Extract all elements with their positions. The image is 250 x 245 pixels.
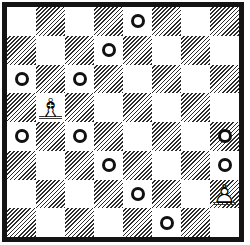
white-bishop-icon: ♗ xyxy=(36,93,65,122)
square-a1[interactable] xyxy=(7,208,36,237)
move-marker xyxy=(218,158,232,172)
square-h3[interactable] xyxy=(210,151,239,180)
square-f8[interactable] xyxy=(152,7,181,36)
square-c6[interactable] xyxy=(65,65,94,94)
square-e6[interactable] xyxy=(123,65,152,94)
square-g1[interactable] xyxy=(181,208,210,237)
white-pawn[interactable]: ♟♙ xyxy=(210,180,239,209)
move-marker xyxy=(73,129,87,143)
move-marker xyxy=(160,216,174,230)
move-marker xyxy=(102,43,116,57)
square-f5[interactable] xyxy=(152,93,181,122)
square-h1[interactable] xyxy=(210,208,239,237)
square-c1[interactable] xyxy=(65,208,94,237)
square-d4[interactable] xyxy=(94,122,123,151)
square-d6[interactable] xyxy=(94,65,123,94)
square-g5[interactable] xyxy=(181,93,210,122)
square-e1[interactable] xyxy=(123,208,152,237)
square-g7[interactable] xyxy=(181,36,210,65)
square-d2[interactable] xyxy=(94,180,123,209)
square-e2[interactable] xyxy=(123,180,152,209)
square-c5[interactable] xyxy=(65,93,94,122)
square-h4[interactable] xyxy=(210,122,239,151)
square-f1[interactable] xyxy=(152,208,181,237)
move-marker xyxy=(102,158,116,172)
chess-board: ♝♗♟♙ xyxy=(7,7,239,237)
square-b5[interactable]: ♝♗ xyxy=(36,93,65,122)
move-marker xyxy=(15,129,29,143)
square-b3[interactable] xyxy=(36,151,65,180)
square-g6[interactable] xyxy=(181,65,210,94)
square-h7[interactable] xyxy=(210,36,239,65)
white-pawn-icon: ♙ xyxy=(210,180,239,209)
square-d3[interactable] xyxy=(94,151,123,180)
square-f3[interactable] xyxy=(152,151,181,180)
square-h8[interactable] xyxy=(210,7,239,36)
square-c7[interactable] xyxy=(65,36,94,65)
square-c3[interactable] xyxy=(65,151,94,180)
square-a4[interactable] xyxy=(7,122,36,151)
square-a6[interactable] xyxy=(7,65,36,94)
square-e4[interactable] xyxy=(123,122,152,151)
square-b4[interactable] xyxy=(36,122,65,151)
square-f6[interactable] xyxy=(152,65,181,94)
move-marker xyxy=(218,129,232,143)
square-b8[interactable] xyxy=(36,7,65,36)
square-g3[interactable] xyxy=(181,151,210,180)
square-e5[interactable] xyxy=(123,93,152,122)
white-bishop[interactable]: ♝♗ xyxy=(36,93,65,122)
square-h6[interactable] xyxy=(210,65,239,94)
move-marker xyxy=(73,72,87,86)
square-d5[interactable] xyxy=(94,93,123,122)
square-d1[interactable] xyxy=(94,208,123,237)
square-h2[interactable]: ♟♙ xyxy=(210,180,239,209)
square-c8[interactable] xyxy=(65,7,94,36)
square-e3[interactable] xyxy=(123,151,152,180)
square-a2[interactable] xyxy=(7,180,36,209)
square-d7[interactable] xyxy=(94,36,123,65)
square-h5[interactable] xyxy=(210,93,239,122)
square-g2[interactable] xyxy=(181,180,210,209)
chess-diagram: ♝♗♟♙ xyxy=(0,0,250,245)
square-a7[interactable] xyxy=(7,36,36,65)
square-a3[interactable] xyxy=(7,151,36,180)
move-marker xyxy=(131,14,145,28)
square-g4[interactable] xyxy=(181,122,210,151)
square-c4[interactable] xyxy=(65,122,94,151)
move-marker xyxy=(131,187,145,201)
square-e8[interactable] xyxy=(123,7,152,36)
square-f7[interactable] xyxy=(152,36,181,65)
square-c2[interactable] xyxy=(65,180,94,209)
square-f2[interactable] xyxy=(152,180,181,209)
square-b7[interactable] xyxy=(36,36,65,65)
move-marker xyxy=(15,72,29,86)
square-b2[interactable] xyxy=(36,180,65,209)
square-b1[interactable] xyxy=(36,208,65,237)
square-a5[interactable] xyxy=(7,93,36,122)
square-g8[interactable] xyxy=(181,7,210,36)
square-d8[interactable] xyxy=(94,7,123,36)
board-frame: ♝♗♟♙ xyxy=(2,2,244,242)
square-a8[interactable] xyxy=(7,7,36,36)
square-e7[interactable] xyxy=(123,36,152,65)
square-b6[interactable] xyxy=(36,65,65,94)
square-f4[interactable] xyxy=(152,122,181,151)
